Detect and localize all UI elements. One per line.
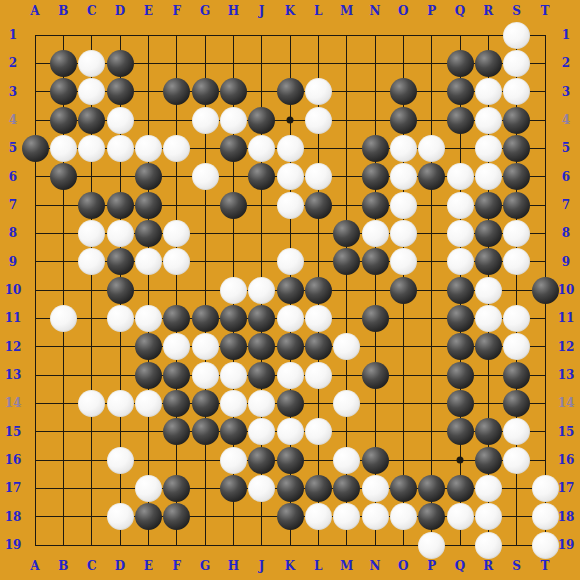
white-stone — [532, 503, 559, 530]
col-label-top: F — [166, 4, 188, 18]
col-label-top: R — [477, 4, 499, 18]
white-stone — [135, 305, 162, 332]
white-stone — [475, 107, 502, 134]
white-stone — [503, 220, 530, 247]
col-label-bottom: C — [81, 559, 103, 573]
white-stone — [135, 248, 162, 275]
row-label-right: 7 — [555, 198, 577, 212]
row-label-left: 4 — [2, 113, 24, 127]
white-stone — [248, 135, 275, 162]
black-stone — [362, 362, 389, 389]
black-stone — [333, 475, 360, 502]
black-stone — [220, 78, 247, 105]
black-stone — [192, 305, 219, 332]
black-stone — [503, 135, 530, 162]
white-stone — [362, 503, 389, 530]
white-stone — [362, 220, 389, 247]
black-stone — [248, 305, 275, 332]
white-stone — [333, 447, 360, 474]
black-stone — [305, 333, 332, 360]
col-label-bottom: R — [477, 559, 499, 573]
black-stone — [447, 107, 474, 134]
black-stone — [362, 163, 389, 190]
white-stone — [503, 22, 530, 49]
white-stone — [220, 390, 247, 417]
col-label-bottom: B — [52, 559, 74, 573]
row-label-left: 9 — [2, 255, 24, 269]
white-stone — [107, 107, 134, 134]
white-stone — [220, 277, 247, 304]
col-label-bottom: E — [137, 559, 159, 573]
black-stone — [447, 418, 474, 445]
black-stone — [362, 447, 389, 474]
white-stone — [532, 532, 559, 559]
row-label-right: 5 — [555, 141, 577, 155]
white-stone — [78, 50, 105, 77]
col-label-top: P — [421, 4, 443, 18]
white-stone — [390, 220, 417, 247]
white-stone — [220, 447, 247, 474]
black-stone — [277, 277, 304, 304]
black-stone — [362, 248, 389, 275]
col-label-bottom: G — [194, 559, 216, 573]
hoshi-dot — [457, 457, 464, 464]
white-stone — [390, 503, 417, 530]
col-label-top: Q — [449, 4, 471, 18]
white-stone — [418, 135, 445, 162]
black-stone — [248, 362, 275, 389]
white-stone — [107, 503, 134, 530]
white-stone — [475, 277, 502, 304]
col-label-top: D — [109, 4, 131, 18]
row-label-right: 2 — [555, 56, 577, 70]
black-stone — [305, 475, 332, 502]
black-stone — [447, 277, 474, 304]
white-stone — [475, 305, 502, 332]
black-stone — [362, 192, 389, 219]
col-label-top: T — [534, 4, 556, 18]
black-stone — [163, 305, 190, 332]
row-label-left: 11 — [2, 311, 24, 325]
black-stone — [305, 192, 332, 219]
col-label-bottom: O — [392, 559, 414, 573]
white-stone — [475, 503, 502, 530]
col-label-top: M — [336, 4, 358, 18]
black-stone — [192, 418, 219, 445]
white-stone — [447, 503, 474, 530]
white-stone — [135, 135, 162, 162]
white-stone — [277, 192, 304, 219]
white-stone — [390, 192, 417, 219]
black-stone — [305, 277, 332, 304]
black-stone — [390, 107, 417, 134]
row-label-right: 15 — [555, 425, 577, 439]
col-label-bottom: D — [109, 559, 131, 573]
white-stone — [390, 248, 417, 275]
white-stone — [305, 163, 332, 190]
white-stone — [248, 475, 275, 502]
black-stone — [475, 50, 502, 77]
col-label-bottom: K — [279, 559, 301, 573]
white-stone — [305, 305, 332, 332]
row-label-right: 14 — [555, 396, 577, 410]
row-label-left: 19 — [2, 538, 24, 552]
col-label-bottom: F — [166, 559, 188, 573]
row-label-left: 8 — [2, 226, 24, 240]
row-label-left: 2 — [2, 56, 24, 70]
black-stone — [107, 192, 134, 219]
row-label-left: 1 — [2, 28, 24, 42]
col-label-bottom: M — [336, 559, 358, 573]
black-stone — [22, 135, 49, 162]
black-stone — [192, 390, 219, 417]
white-stone — [503, 50, 530, 77]
col-label-bottom: P — [421, 559, 443, 573]
col-label-top: B — [52, 4, 74, 18]
white-stone — [447, 192, 474, 219]
black-stone — [447, 362, 474, 389]
black-stone — [475, 418, 502, 445]
white-stone — [192, 107, 219, 134]
black-stone — [107, 248, 134, 275]
col-label-top: C — [81, 4, 103, 18]
row-label-left: 5 — [2, 141, 24, 155]
black-stone — [475, 447, 502, 474]
white-stone — [305, 503, 332, 530]
white-stone — [305, 78, 332, 105]
col-label-top: J — [251, 4, 273, 18]
white-stone — [135, 475, 162, 502]
black-stone — [163, 475, 190, 502]
black-stone — [135, 362, 162, 389]
white-stone — [277, 248, 304, 275]
white-stone — [475, 163, 502, 190]
white-stone — [107, 447, 134, 474]
black-stone — [532, 277, 559, 304]
col-label-top: S — [506, 4, 528, 18]
black-stone — [503, 390, 530, 417]
row-label-right: 6 — [555, 170, 577, 184]
black-stone — [107, 50, 134, 77]
black-stone — [163, 390, 190, 417]
white-stone — [503, 305, 530, 332]
row-label-left: 14 — [2, 396, 24, 410]
black-stone — [277, 78, 304, 105]
row-label-right: 4 — [555, 113, 577, 127]
col-label-bottom: L — [307, 559, 329, 573]
white-stone — [78, 135, 105, 162]
white-stone — [447, 248, 474, 275]
white-stone — [447, 163, 474, 190]
col-label-bottom: T — [534, 559, 556, 573]
hoshi-dot — [287, 117, 294, 124]
white-stone — [107, 390, 134, 417]
black-stone — [50, 78, 77, 105]
col-label-top: O — [392, 4, 414, 18]
black-stone — [277, 503, 304, 530]
black-stone — [248, 447, 275, 474]
black-stone — [220, 305, 247, 332]
white-stone — [305, 362, 332, 389]
black-stone — [503, 362, 530, 389]
black-stone — [277, 447, 304, 474]
black-stone — [333, 220, 360, 247]
white-stone — [277, 163, 304, 190]
row-label-right: 9 — [555, 255, 577, 269]
row-label-left: 3 — [2, 85, 24, 99]
black-stone — [475, 192, 502, 219]
black-stone — [220, 192, 247, 219]
white-stone — [163, 220, 190, 247]
white-stone — [475, 475, 502, 502]
white-stone — [305, 418, 332, 445]
black-stone — [78, 107, 105, 134]
white-stone — [532, 475, 559, 502]
row-label-right: 3 — [555, 85, 577, 99]
black-stone — [447, 305, 474, 332]
white-stone — [418, 532, 445, 559]
white-stone — [163, 135, 190, 162]
white-stone — [220, 107, 247, 134]
white-stone — [390, 135, 417, 162]
black-stone — [447, 333, 474, 360]
row-label-left: 18 — [2, 510, 24, 524]
row-label-right: 1 — [555, 28, 577, 42]
black-stone — [220, 475, 247, 502]
col-label-bottom: J — [251, 559, 273, 573]
white-stone — [277, 135, 304, 162]
row-label-left: 13 — [2, 368, 24, 382]
white-stone — [78, 390, 105, 417]
col-label-bottom: A — [24, 559, 46, 573]
black-stone — [107, 277, 134, 304]
white-stone — [78, 220, 105, 247]
black-stone — [220, 418, 247, 445]
col-label-top: A — [24, 4, 46, 18]
row-label-right: 12 — [555, 340, 577, 354]
black-stone — [78, 192, 105, 219]
black-stone — [447, 78, 474, 105]
black-stone — [135, 220, 162, 247]
white-stone — [390, 163, 417, 190]
black-stone — [447, 50, 474, 77]
white-stone — [333, 390, 360, 417]
col-label-bottom: Q — [449, 559, 471, 573]
row-label-left: 6 — [2, 170, 24, 184]
row-label-left: 12 — [2, 340, 24, 354]
row-label-left: 10 — [2, 283, 24, 297]
white-stone — [277, 362, 304, 389]
black-stone — [220, 333, 247, 360]
white-stone — [220, 362, 247, 389]
white-stone — [107, 220, 134, 247]
white-stone — [305, 107, 332, 134]
black-stone — [135, 163, 162, 190]
black-stone — [447, 475, 474, 502]
col-label-top: G — [194, 4, 216, 18]
black-stone — [163, 362, 190, 389]
white-stone — [135, 390, 162, 417]
col-label-top: H — [222, 4, 244, 18]
black-stone — [50, 50, 77, 77]
black-stone — [362, 135, 389, 162]
black-stone — [248, 107, 275, 134]
white-stone — [192, 362, 219, 389]
black-stone — [362, 305, 389, 332]
black-stone — [475, 248, 502, 275]
row-label-left: 7 — [2, 198, 24, 212]
row-label-right: 13 — [555, 368, 577, 382]
black-stone — [390, 277, 417, 304]
black-stone — [135, 503, 162, 530]
black-stone — [503, 192, 530, 219]
col-label-top: N — [364, 4, 386, 18]
black-stone — [277, 333, 304, 360]
white-stone — [362, 475, 389, 502]
black-stone — [220, 135, 247, 162]
row-label-right: 8 — [555, 226, 577, 240]
col-label-top: L — [307, 4, 329, 18]
white-stone — [277, 418, 304, 445]
black-stone — [50, 163, 77, 190]
black-stone — [390, 78, 417, 105]
white-stone — [107, 305, 134, 332]
white-stone — [50, 305, 77, 332]
black-stone — [135, 192, 162, 219]
row-label-right: 11 — [555, 311, 577, 325]
white-stone — [475, 78, 502, 105]
row-label-left: 15 — [2, 425, 24, 439]
go-board[interactable]: AA11BB22CC33DD44EE55FF66GG77HH88JJ99KK10… — [0, 0, 580, 580]
white-stone — [475, 532, 502, 559]
white-stone — [447, 220, 474, 247]
row-label-right: 16 — [555, 453, 577, 467]
black-stone — [107, 78, 134, 105]
black-stone — [447, 390, 474, 417]
white-stone — [107, 135, 134, 162]
black-stone — [418, 475, 445, 502]
black-stone — [503, 107, 530, 134]
black-stone — [475, 220, 502, 247]
white-stone — [50, 135, 77, 162]
black-stone — [192, 78, 219, 105]
col-label-top: K — [279, 4, 301, 18]
row-label-left: 16 — [2, 453, 24, 467]
col-label-bottom: S — [506, 559, 528, 573]
black-stone — [277, 390, 304, 417]
white-stone — [248, 277, 275, 304]
white-stone — [248, 390, 275, 417]
white-stone — [192, 163, 219, 190]
col-label-top: E — [137, 4, 159, 18]
white-stone — [503, 447, 530, 474]
white-stone — [475, 135, 502, 162]
row-label-left: 17 — [2, 481, 24, 495]
white-stone — [277, 305, 304, 332]
black-stone — [475, 333, 502, 360]
black-stone — [390, 475, 417, 502]
black-stone — [135, 333, 162, 360]
white-stone — [192, 333, 219, 360]
black-stone — [277, 475, 304, 502]
black-stone — [50, 107, 77, 134]
col-label-bottom: H — [222, 559, 244, 573]
col-label-bottom: N — [364, 559, 386, 573]
